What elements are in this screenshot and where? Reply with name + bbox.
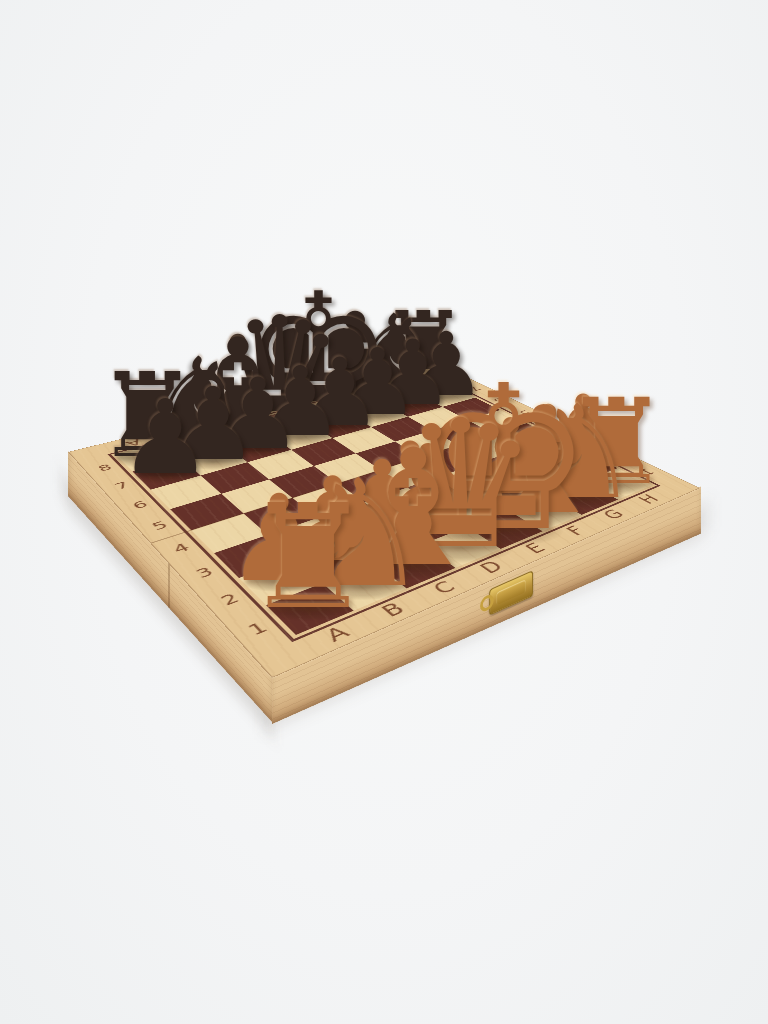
piece-white-rook-a1: ♜ — [236, 486, 380, 630]
piece-black-pawn-a7: ♟ — [114, 386, 217, 489]
chess-set-product-photo: 1122334455667788AABBCCDDEEFFGGHH ♜♞♟♝♟♚♟… — [0, 0, 768, 1024]
